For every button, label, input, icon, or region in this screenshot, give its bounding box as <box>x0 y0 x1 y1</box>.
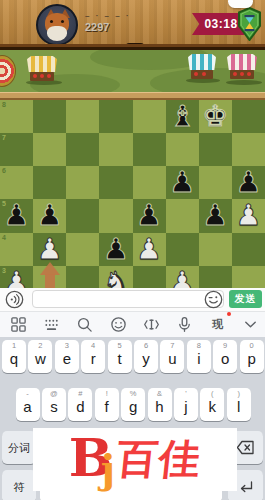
square-b7[interactable] <box>33 133 66 166</box>
square-h5[interactable]: ♟ <box>232 199 265 232</box>
piece-white-pawn-f3[interactable]: ♟ <box>169 266 195 290</box>
search-icon <box>76 316 93 333</box>
key-label: p <box>247 350 255 368</box>
key-hint: 5 <box>118 341 122 350</box>
tent-base <box>191 70 214 79</box>
toolbar-text-cursor-button[interactable] <box>142 315 161 334</box>
archery-target <box>0 55 16 87</box>
ime-toolbar: 现 <box>0 312 265 338</box>
player-avatar[interactable] <box>36 4 78 46</box>
key-d[interactable]: #d <box>68 388 92 421</box>
toolbar-search-button[interactable] <box>75 315 94 334</box>
square-c6[interactable] <box>66 166 99 199</box>
key-label: q <box>10 350 18 368</box>
piece-black-bishop-f8[interactable]: ♝ <box>169 100 195 133</box>
toolbar-mic-button[interactable] <box>175 315 194 334</box>
piece-black-pawn-f6[interactable]: ♟ <box>169 166 195 199</box>
key-j[interactable]: 'j <box>174 388 198 421</box>
player-name-masked: – · – – · <box>85 11 131 20</box>
square-g3[interactable] <box>199 266 232 290</box>
key-label: a <box>23 398 31 416</box>
key-hint: & <box>157 389 162 398</box>
yellow-tent <box>27 56 57 81</box>
key-hint: ) <box>237 389 240 398</box>
tent-canopy <box>27 56 57 72</box>
key-a[interactable]: -a <box>16 388 40 421</box>
piece-black-pawn-b5[interactable]: ♟ <box>37 199 63 232</box>
key-label: r <box>91 350 96 368</box>
key-label: 分词 <box>8 439 30 457</box>
square-h7[interactable] <box>232 133 265 166</box>
key-label: d <box>76 398 84 416</box>
key-label: g <box>129 398 137 416</box>
square-a6[interactable]: 6 <box>0 166 33 199</box>
piece-black-king-g8[interactable]: ♚ <box>202 100 228 133</box>
scenery-strip <box>0 50 265 100</box>
square-a7[interactable]: 7 <box>0 133 33 166</box>
square-c8[interactable] <box>66 100 99 133</box>
key-label: f <box>105 398 109 416</box>
backspace-icon <box>236 440 255 455</box>
top-bar: – · – – · 2297 03:18 <box>0 0 265 50</box>
piece-white-pawn-e4[interactable]: ♟ <box>136 233 162 266</box>
key-hint: % <box>130 389 137 398</box>
avatar-fox-eye <box>61 20 64 23</box>
piece-white-knight-d3[interactable]: ♞ <box>103 266 129 290</box>
key-p[interactable]: 0p <box>240 340 264 373</box>
square-c5[interactable] <box>66 199 99 232</box>
voice-icon <box>5 290 24 309</box>
toolbar-collapse-button[interactable] <box>241 315 260 334</box>
key-label: j <box>184 398 187 416</box>
watermark-logo-j: j <box>101 445 115 492</box>
key-q[interactable]: 1q <box>2 340 26 373</box>
key-hint: ( <box>211 389 214 398</box>
toolbar-grid-button[interactable] <box>9 315 28 334</box>
square-e7[interactable] <box>133 133 166 166</box>
chat-text-input[interactable] <box>32 290 224 308</box>
square-b8[interactable] <box>33 100 66 133</box>
square-a3[interactable]: 3♟ <box>0 266 33 290</box>
piece-white-pawn-a3[interactable]: ♟ <box>4 266 30 290</box>
rank-label-8: 8 <box>2 101 6 109</box>
square-g4[interactable] <box>199 233 232 266</box>
piece-black-pawn-g5[interactable]: ♟ <box>202 199 228 232</box>
key-hint: @ <box>50 389 58 398</box>
key-label: i <box>197 350 200 368</box>
key-s[interactable]: @s <box>42 388 66 421</box>
key-label: s <box>50 398 58 416</box>
text-cursor-icon <box>143 316 160 333</box>
keyboard-icon <box>43 316 60 333</box>
square-e8[interactable] <box>133 100 166 133</box>
square-f3[interactable]: ♟ <box>166 266 199 290</box>
hourglass-shield-icon <box>237 7 262 41</box>
square-g7[interactable] <box>199 133 232 166</box>
floating-pill[interactable] <box>228 0 253 8</box>
key-i[interactable]: 8i <box>187 340 211 373</box>
app-screen: – · – – · 2297 03:18 <box>0 0 265 500</box>
key-h[interactable]: &h <box>148 388 172 421</box>
ime-logo-icon: 现 <box>212 317 223 332</box>
piece-white-pawn-b4[interactable]: ♟ <box>37 233 63 266</box>
avatar-fox-eye <box>50 20 53 23</box>
mic-icon <box>176 316 193 333</box>
key-hint: 8 <box>197 341 201 350</box>
rank-label-5: 5 <box>2 200 6 208</box>
square-f4[interactable] <box>166 233 199 266</box>
square-h6[interactable]: ♟ <box>232 166 265 199</box>
tent-canopy <box>227 54 257 70</box>
wooden-fence <box>0 92 265 100</box>
key-k[interactable]: (k <box>200 388 224 421</box>
square-c4[interactable] <box>66 233 99 266</box>
key-e[interactable]: 3e <box>55 340 79 373</box>
timer-value: 03:18 <box>204 17 237 31</box>
key-label: u <box>168 350 176 368</box>
teal-tent <box>188 54 216 79</box>
rank-label-3: 3 <box>2 267 6 275</box>
key-g[interactable]: %g <box>121 388 145 421</box>
key-hint: 4 <box>91 341 95 350</box>
key-y[interactable]: 6y <box>134 340 158 373</box>
square-a5[interactable]: 5♟ <box>0 199 33 232</box>
rank-label-7: 7 <box>2 134 6 142</box>
wink-emoji-icon <box>204 290 223 309</box>
chat-emoji-button[interactable] <box>204 290 223 309</box>
key-label: l <box>237 398 240 416</box>
square-g6[interactable] <box>199 166 232 199</box>
key-label: w <box>35 350 46 368</box>
key-hint: # <box>78 389 82 398</box>
key-label: e <box>63 350 71 368</box>
square-d3[interactable]: ♞ <box>99 266 132 290</box>
key-hint: 7 <box>170 341 174 350</box>
square-h8[interactable] <box>232 100 265 133</box>
piece-black-pawn-h6[interactable]: ♟ <box>235 166 261 199</box>
key-label: t <box>118 350 122 368</box>
square-d8[interactable] <box>99 100 132 133</box>
emoji-icon <box>110 316 127 333</box>
key-o[interactable]: 9o <box>213 340 237 373</box>
avatar-fox-beard <box>47 26 67 41</box>
piece-black-pawn-a5[interactable]: ♟ <box>4 199 30 232</box>
key-symbols[interactable]: 符 <box>2 470 36 500</box>
toolbar-keyboard-button[interactable] <box>42 315 61 334</box>
key-label: h <box>155 398 163 416</box>
voice-message-button[interactable] <box>5 290 24 309</box>
square-h3[interactable] <box>232 266 265 290</box>
chat-bar: 发送 <box>0 288 265 312</box>
tent-shadow <box>226 80 262 85</box>
player-rating: 2297 <box>85 21 109 33</box>
key-hint: ! <box>106 389 108 398</box>
key-hint: 6 <box>144 341 148 350</box>
tent-canopy <box>188 54 216 70</box>
key-hint: 0 <box>250 341 254 350</box>
rank-label-6: 6 <box>2 167 6 175</box>
key-w[interactable]: 2w <box>28 340 52 373</box>
notification-dot <box>227 312 231 316</box>
square-b5[interactable]: ♟ <box>33 199 66 232</box>
square-e6[interactable] <box>133 166 166 199</box>
square-d6[interactable] <box>99 166 132 199</box>
key-u[interactable]: 7u <box>160 340 184 373</box>
key-label: k <box>209 398 217 416</box>
square-f8[interactable]: ♝ <box>166 100 199 133</box>
key-label: o <box>221 350 229 368</box>
key-hint: 2 <box>38 341 42 350</box>
square-a8[interactable]: 8 <box>0 100 33 133</box>
square-c7[interactable] <box>66 133 99 166</box>
square-c3[interactable] <box>66 266 99 290</box>
key-hint: 1 <box>12 341 16 350</box>
square-a4[interactable]: 4 <box>0 233 33 266</box>
piece-black-pawn-e5[interactable]: ♟ <box>136 199 162 232</box>
square-g8[interactable]: ♚ <box>199 100 232 133</box>
piece-black-pawn-d4[interactable]: ♟ <box>103 233 129 266</box>
square-e5[interactable]: ♟ <box>133 199 166 232</box>
grid-icon <box>10 316 27 333</box>
tent-base <box>230 70 255 79</box>
rank-label-4: 4 <box>2 234 6 242</box>
key-t[interactable]: 5t <box>108 340 132 373</box>
chess-board-viewport: 8♝♚76♟♟5♟♟♟♟♟4♟♟♟3♟♞♟21 <box>0 100 265 290</box>
square-g5[interactable]: ♟ <box>199 199 232 232</box>
square-f7[interactable] <box>166 133 199 166</box>
key-hint: - <box>26 389 29 398</box>
watermark-overlay: B j 百佳 <box>33 428 237 491</box>
square-d4[interactable]: ♟ <box>99 233 132 266</box>
square-f5[interactable] <box>166 199 199 232</box>
key-hint: ' <box>185 389 186 398</box>
return-icon <box>238 480 254 494</box>
key-label: 符 <box>14 478 25 496</box>
square-e4[interactable]: ♟ <box>133 233 166 266</box>
key-l[interactable]: )l <box>227 388 251 421</box>
key-label: y <box>142 350 150 368</box>
key-hint: 9 <box>223 341 227 350</box>
toolbar-emoji-button[interactable] <box>109 315 128 334</box>
square-h4[interactable] <box>232 233 265 266</box>
square-b6[interactable] <box>33 166 66 199</box>
collapse-chevron-icon <box>242 316 259 333</box>
square-b4[interactable]: ♟ <box>33 233 66 266</box>
send-button[interactable]: 发送 <box>229 290 262 308</box>
square-e3[interactable] <box>133 266 166 290</box>
key-r[interactable]: 4r <box>81 340 105 373</box>
key-segment-word[interactable]: 分词 <box>2 431 36 464</box>
square-d5[interactable] <box>99 199 132 232</box>
pink-tent <box>227 54 257 79</box>
key-f[interactable]: !f <box>95 388 119 421</box>
key-hint: 3 <box>65 341 69 350</box>
tent-base <box>30 72 55 81</box>
toolbar-ime-logo-button[interactable]: 现 <box>208 315 227 334</box>
watermark-text: 百佳 <box>114 432 204 487</box>
square-f6[interactable]: ♟ <box>166 166 199 199</box>
square-d7[interactable] <box>99 133 132 166</box>
piece-white-pawn-h5[interactable]: ♟ <box>235 199 261 232</box>
